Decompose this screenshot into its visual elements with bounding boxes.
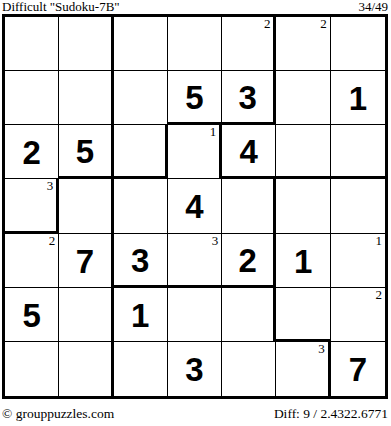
corner-mark: 2 [49,234,56,248]
corner-mark: 3 [47,179,54,193]
cell-r2c1: 5 [59,125,113,179]
page-title: Difficult "Sudoku-7B" [2,0,120,14]
cell-r1c6: 1 [331,71,385,125]
corner-mark: 3 [318,342,325,356]
cell-r1c2[interactable] [114,71,168,125]
corner-mark: 1 [375,234,382,248]
cell-r0c3[interactable] [168,17,222,71]
cell-r4c4: 2 [222,234,276,288]
cell-r5c3[interactable] [168,288,222,342]
given-digit: 5 [76,135,94,168]
cell-r3c3: 4 [168,179,222,233]
given-digit: 4 [240,135,258,168]
cell-r6c5[interactable]: 3 [276,342,330,396]
corner-mark: 2 [264,17,271,31]
cells-remaining-counter: 34/49 [358,0,388,14]
cell-r2c6[interactable] [331,125,385,179]
given-digit: 7 [76,245,94,278]
cell-r3c6[interactable] [331,179,385,233]
cell-r5c4[interactable] [222,288,276,342]
cell-r3c5[interactable] [276,179,330,233]
given-digit: 7 [349,353,367,386]
given-digit: 1 [349,82,367,115]
cell-r1c1[interactable] [59,71,113,125]
cell-r6c2[interactable] [114,342,168,396]
cell-r6c4[interactable] [222,342,276,396]
given-digit: 4 [185,190,203,223]
cell-r5c0: 5 [5,288,59,342]
given-digit: 1 [294,245,312,278]
cell-r2c0: 2 [5,125,59,179]
cell-r6c0[interactable] [5,342,59,396]
cell-r4c6[interactable]: 1 [331,234,385,288]
cell-r0c5[interactable]: 2 [276,17,330,71]
cell-r1c4: 3 [222,71,276,125]
cell-r1c3: 5 [168,71,222,125]
cell-r1c0[interactable] [5,71,59,125]
cell-r4c1: 7 [59,234,113,288]
cell-r0c6[interactable] [331,17,385,71]
given-digit: 3 [131,244,149,277]
cell-r3c1[interactable] [59,179,113,233]
cell-r3c4[interactable] [222,179,276,233]
cell-r0c1[interactable] [59,17,113,71]
cell-r6c1[interactable] [59,342,113,396]
cell-r2c5[interactable] [276,125,330,179]
given-digit: 3 [185,353,203,386]
given-digit: 2 [239,244,257,277]
corner-mark: 2 [320,17,327,31]
given-digit: 1 [131,299,149,332]
cell-r5c2: 1 [114,288,168,342]
copyright-text: © grouppuzzles.com [2,406,114,422]
cell-r4c5: 1 [276,234,330,288]
cell-r5c1[interactable] [59,288,113,342]
cell-r3c2[interactable] [114,179,168,233]
cell-r4c0[interactable]: 2 [5,234,59,288]
cell-r6c3: 3 [168,342,222,396]
cell-r5c6[interactable]: 2 [331,288,385,342]
cell-r4c3[interactable]: 3 [168,234,222,288]
cell-r6c6: 7 [331,342,385,396]
cell-r2c4: 4 [222,125,276,179]
given-digit: 2 [22,136,40,169]
given-digit: 5 [185,81,203,114]
corner-mark: 3 [212,234,219,248]
cell-r4c2: 3 [114,234,168,288]
corner-mark: 1 [210,125,217,139]
cell-r1c5[interactable] [276,71,330,125]
difficulty-text: Diff: 9 / 2.4322.6771 [274,406,388,422]
cell-r0c4[interactable]: 2 [222,17,276,71]
cell-r0c0[interactable] [5,17,59,71]
sudoku-grid: 225312514342733211512337 [2,14,388,399]
given-digit: 3 [239,81,257,114]
cell-r0c2[interactable] [114,17,168,71]
given-digit: 5 [22,299,40,332]
cell-r5c5[interactable] [276,288,330,342]
cell-r3c0[interactable]: 3 [5,179,59,233]
cell-r2c3[interactable]: 1 [168,125,222,179]
corner-mark: 2 [375,288,382,302]
cell-r2c2[interactable] [114,125,168,179]
